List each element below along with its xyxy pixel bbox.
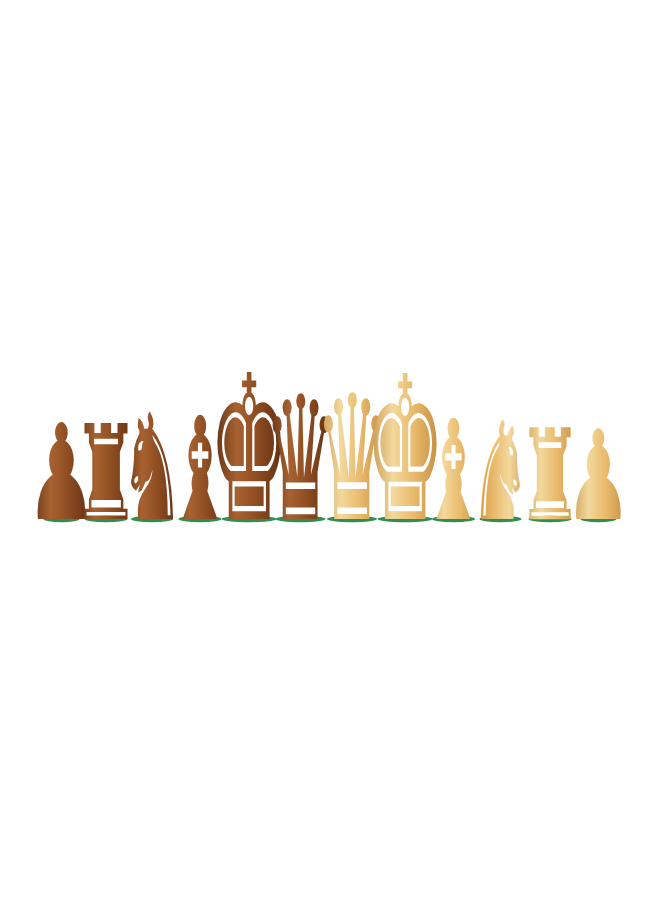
piece-light-queen: ♛ [265,392,439,525]
felt-base-pad [378,516,433,522]
piece-dark-knight: ♞ [78,411,226,525]
felt-base-pad [580,516,616,522]
light-knight-glyph: ♞ [469,393,530,551]
piece-row: ♟♜♞♝♚♛♛♚♝♞♜♟ [0,0,660,900]
light-rook-glyph: ♜ [517,403,582,549]
dark-bishop-glyph: ♝ [167,386,234,553]
piece-dark-queen: ♛ [214,393,387,525]
piece-dark-bishop: ♝ [128,414,272,525]
dark-knight-glyph: ♞ [119,382,185,553]
felt-base-pad [131,516,173,522]
piece-light-bishop: ♝ [384,417,523,525]
piece-light-pawn: ♟ [536,445,660,525]
felt-base-pad [179,516,222,522]
felt-base-pad [479,516,521,522]
felt-base-pad [275,516,325,522]
piece-light-knight: ♞ [432,419,569,525]
light-king-glyph: ♚ [365,333,446,566]
light-bishop-glyph: ♝ [421,390,486,552]
product-photo: ♟♜♞♝♚♛♛♚♝♞♜♟ [0,0,660,900]
felt-base-pad [43,516,79,522]
dark-king-glyph: ♚ [208,332,289,567]
piece-light-king: ♚ [305,371,505,525]
dark-rook-glyph: ♜ [72,397,141,550]
felt-base-pad [85,516,128,522]
piece-dark-king: ♚ [148,370,350,525]
felt-base-pad [529,516,572,522]
felt-base-pad [432,516,475,522]
felt-base-pad [327,516,377,522]
piece-dark-rook: ♜ [40,430,172,525]
light-queen-glyph: ♛ [315,358,390,559]
felt-base-pad [222,516,277,522]
piece-light-rook: ♜ [487,434,613,525]
piece-dark-pawn: ♟ [0,440,128,525]
light-pawn-glyph: ♟ [565,404,632,548]
dark-pawn-glyph: ♟ [25,395,96,550]
dark-queen-glyph: ♛ [263,360,337,560]
